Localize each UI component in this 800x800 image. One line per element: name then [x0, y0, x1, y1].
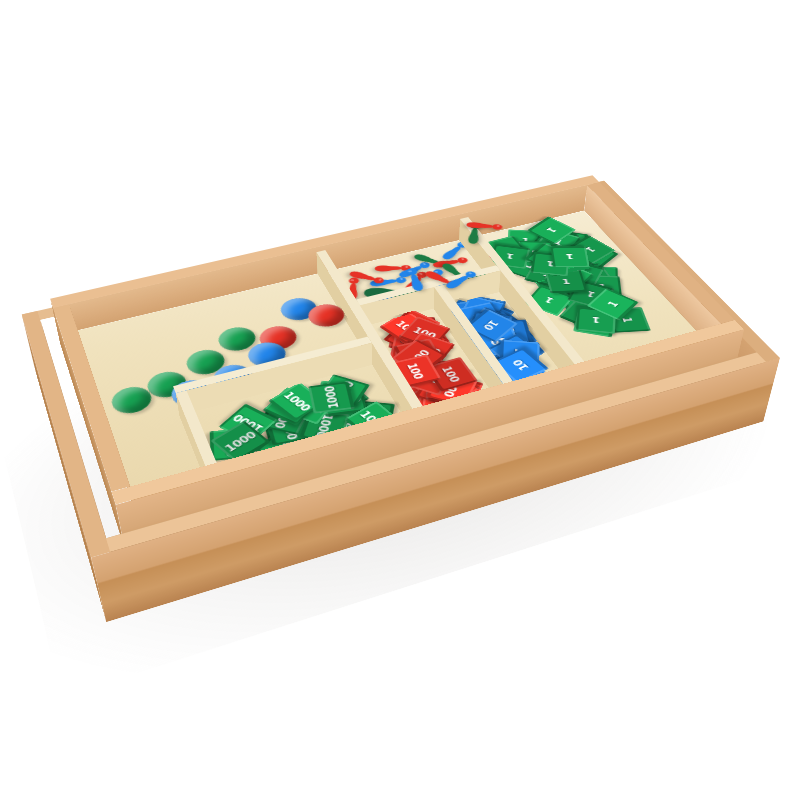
stamp-game-box: 1111111111111111111111111111111111111111… — [58, 209, 736, 542]
stamp-tile-1000: 1000 — [308, 382, 355, 414]
stamp-tile-1: 1 — [550, 246, 589, 267]
